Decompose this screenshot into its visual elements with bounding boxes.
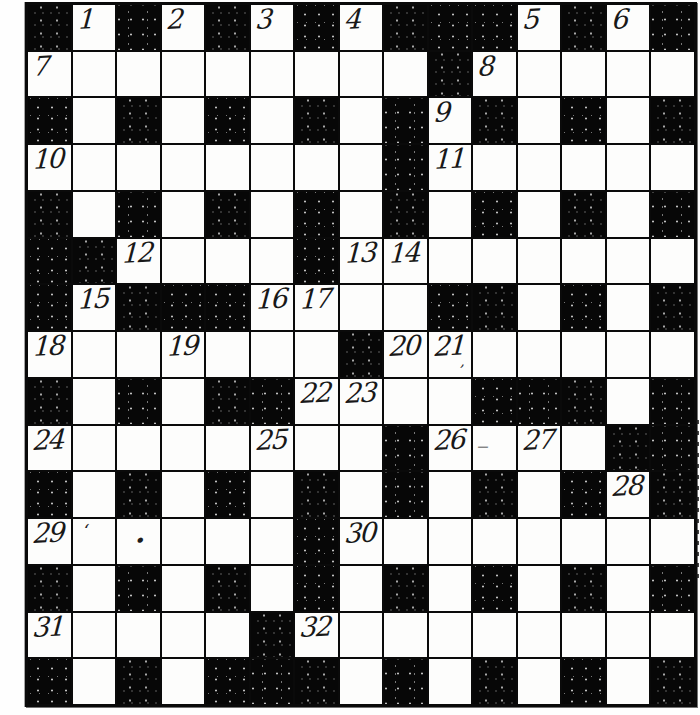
- cell-r13c12[interactable]: [518, 566, 561, 611]
- cell-r7c11-block: [473, 285, 516, 330]
- cell-r13c10[interactable]: [429, 566, 472, 611]
- cell-r9c10[interactable]: [429, 379, 472, 424]
- clue-number-17: 17: [299, 285, 330, 314]
- cell-r15c5-block: [206, 659, 249, 704]
- cell-r2c13[interactable]: [562, 52, 605, 97]
- cell-r14c8[interactable]: [340, 613, 383, 658]
- cell-r14c2[interactable]: [73, 613, 116, 658]
- cell-r12c6[interactable]: [251, 519, 294, 564]
- clue-number-14: 14: [388, 239, 419, 268]
- cell-r5c9-block: [384, 192, 427, 237]
- cell-r10c6[interactable]: 25: [251, 426, 294, 471]
- cell-r7c1-block: [28, 285, 71, 330]
- cell-r9c8[interactable]: 23: [340, 379, 383, 424]
- cell-r11c5-block: [206, 472, 249, 517]
- cell-r1c13-block: [562, 5, 605, 50]
- cell-r11c6[interactable]: [251, 472, 294, 517]
- cell-r10c8[interactable]: [340, 426, 383, 471]
- cell-r4c8[interactable]: [340, 145, 383, 190]
- cell-r9c6-block: [251, 379, 294, 424]
- cell-r15c8[interactable]: [340, 659, 383, 704]
- cell-r1c2[interactable]: 1: [73, 5, 116, 50]
- cell-r11c1-block: [28, 472, 71, 517]
- cell-r5c13-block: [562, 192, 605, 237]
- cell-r14c7[interactable]: 32: [295, 613, 338, 658]
- cell-r13c11-block: [473, 566, 516, 611]
- cell-r14c9[interactable]: [384, 613, 427, 658]
- cell-r8c10[interactable]: 21,: [429, 332, 472, 377]
- cell-r2c3[interactable]: [117, 52, 160, 97]
- cell-r14c12[interactable]: [518, 613, 561, 658]
- clue-number-22: 22: [299, 379, 330, 408]
- cell-r15c10[interactable]: [429, 659, 472, 704]
- cell-r9c3-block: [117, 379, 160, 424]
- cell-r10c1[interactable]: 24: [28, 426, 71, 471]
- cell-r12c1[interactable]: 29: [28, 519, 71, 564]
- cell-r10c15-block: [651, 426, 694, 471]
- cell-r3c12[interactable]: [518, 98, 561, 143]
- scan-edge-smudge: [696, 420, 699, 580]
- cell-r8c2[interactable]: [73, 332, 116, 377]
- cell-r12c11[interactable]: [473, 519, 516, 564]
- cell-r4c4[interactable]: [162, 145, 205, 190]
- cell-r15c4[interactable]: [162, 659, 205, 704]
- cell-r1c14[interactable]: 6: [607, 5, 650, 50]
- cell-r7c6[interactable]: 16: [251, 285, 294, 330]
- clue-number-7: 7: [32, 52, 48, 81]
- cell-r13c13-block: [562, 566, 605, 611]
- cell-r1c4[interactable]: 2: [162, 5, 205, 50]
- cell-r12c7-block: [295, 519, 338, 564]
- cell-r6c15[interactable]: [651, 239, 694, 284]
- crossword-grid: 123456789101112131415161718192021,222324…: [25, 2, 697, 707]
- cell-r7c10-block: [429, 285, 472, 330]
- cell-r3c6[interactable]: [251, 98, 294, 143]
- clue-number-4: 4: [343, 5, 359, 34]
- cell-r11c11-block: [473, 472, 516, 517]
- cell-r9c15-block: [651, 379, 694, 424]
- clue-number-26: 26: [432, 426, 463, 455]
- cell-r10c2[interactable]: [73, 426, 116, 471]
- cell-r8c12[interactable]: [518, 332, 561, 377]
- cell-r5c4[interactable]: [162, 192, 205, 237]
- cell-r8c7[interactable]: [295, 332, 338, 377]
- clue-number-28: 28: [610, 472, 641, 501]
- cell-r5c11-block: [473, 192, 516, 237]
- cell-r12c12[interactable]: [518, 519, 561, 564]
- cell-r6c4[interactable]: [162, 239, 205, 284]
- cell-r10c12[interactable]: 27: [518, 426, 561, 471]
- cell-r3c11-block: [473, 98, 516, 143]
- clue-number-19: 19: [165, 332, 196, 361]
- cell-r12c13[interactable]: [562, 519, 605, 564]
- cell-r6c8[interactable]: 13: [340, 239, 383, 284]
- cell-r14c13[interactable]: [562, 613, 605, 658]
- cell-r1c5-block: [206, 5, 249, 50]
- clue-number-15: 15: [76, 285, 107, 314]
- cell-r9c9[interactable]: [384, 379, 427, 424]
- cell-r15c3-block: [117, 659, 160, 704]
- cell-r10c3[interactable]: [117, 426, 160, 471]
- cell-r7c15-block: [651, 285, 694, 330]
- clue-number-29: 29: [32, 519, 63, 548]
- clue-number-13: 13: [343, 239, 374, 268]
- cell-r11c9-block: [384, 472, 427, 517]
- cell-r6c1-block: [28, 239, 71, 284]
- cell-r9c12-block: [518, 379, 561, 424]
- clue-number-12: 12: [121, 239, 152, 268]
- cell-r13c1-block: [28, 566, 71, 611]
- cell-r6c12[interactable]: [518, 239, 561, 284]
- cell-r3c15-block: [651, 98, 694, 143]
- cell-r11c14[interactable]: 28: [607, 472, 650, 517]
- clue-number-5: 5: [521, 5, 537, 34]
- clue-number-27: 27: [521, 426, 552, 455]
- cell-r9c7[interactable]: 22: [295, 379, 338, 424]
- clue-number-18: 18: [32, 332, 63, 361]
- cell-r1c7-block: [295, 5, 338, 50]
- cell-r5c5-block: [206, 192, 249, 237]
- cell-r1c9-block: [384, 5, 427, 50]
- cell-r12c8[interactable]: 30: [340, 519, 383, 564]
- cell-r9c13-block: [562, 379, 605, 424]
- cell-r13c15-block: [651, 566, 694, 611]
- clue-number-3: 3: [254, 5, 270, 34]
- cell-r15c1-block: [28, 659, 71, 704]
- cell-r12c4[interactable]: [162, 519, 205, 564]
- cell-r14c5[interactable]: [206, 613, 249, 658]
- cell-r5c8[interactable]: [340, 192, 383, 237]
- cell-r8c9[interactable]: 20: [384, 332, 427, 377]
- cell-r2c11[interactable]: 8: [473, 52, 516, 97]
- cell-r15c11-block: [473, 659, 516, 704]
- cell-r7c3-block: [117, 285, 160, 330]
- cell-r1c8[interactable]: 4: [340, 5, 383, 50]
- cell-r7c2[interactable]: 15: [73, 285, 116, 330]
- clue-number-2: 2: [165, 5, 181, 34]
- cell-r5c15-block: [651, 192, 694, 237]
- cell-r7c14[interactable]: [607, 285, 650, 330]
- cell-r9c5-block: [206, 379, 249, 424]
- cell-r3c8[interactable]: [340, 98, 383, 143]
- cell-r4c11[interactable]: [473, 145, 516, 190]
- cell-r5c1-block: [28, 192, 71, 237]
- cell-r10c14-block: [607, 426, 650, 471]
- cell-r15c6-block: [251, 659, 294, 704]
- cell-r14c6-block: [251, 613, 294, 658]
- cell-r8c15[interactable]: [651, 332, 694, 377]
- cell-r12c3[interactable]: ●: [117, 519, 160, 564]
- cell-r2c15[interactable]: [651, 52, 694, 97]
- cell-r6c6[interactable]: [251, 239, 294, 284]
- cell-r2c2[interactable]: [73, 52, 116, 97]
- cell-r4c9-block: [384, 145, 427, 190]
- cell-r14c11[interactable]: [473, 613, 516, 658]
- cell-r5c10[interactable]: [429, 192, 472, 237]
- cell-r2c5[interactable]: [206, 52, 249, 97]
- cell-r8c13[interactable]: [562, 332, 605, 377]
- cell-r6c14[interactable]: [607, 239, 650, 284]
- cell-r2c1[interactable]: 7: [28, 52, 71, 97]
- cell-r1c12[interactable]: 5: [518, 5, 561, 50]
- cell-r3c9-block: [384, 98, 427, 143]
- cell-r9c2[interactable]: [73, 379, 116, 424]
- cell-r1c6[interactable]: 3: [251, 5, 294, 50]
- cell-r3c10[interactable]: 9: [429, 98, 472, 143]
- cell-r9c11-block: [473, 379, 516, 424]
- clue-number-10: 10: [32, 145, 63, 174]
- cell-r14c4[interactable]: [162, 613, 205, 658]
- cell-r7c12[interactable]: [518, 285, 561, 330]
- clue-number-16: 16: [254, 285, 285, 314]
- cell-r13c7-block: [295, 566, 338, 611]
- clue-number-25: 25: [254, 426, 285, 455]
- cell-r3c5-block: [206, 98, 249, 143]
- cell-r14c3[interactable]: [117, 613, 160, 658]
- cell-r13c9-block: [384, 566, 427, 611]
- cell-r1c3-block: [117, 5, 160, 50]
- cell-r4c12[interactable]: [518, 145, 561, 190]
- cell-r13c14[interactable]: [607, 566, 650, 611]
- cell-r12c2[interactable]: ‘: [73, 519, 116, 564]
- cell-r8c1[interactable]: 18: [28, 332, 71, 377]
- cell-r9c1-block: [28, 379, 71, 424]
- cell-r2c14[interactable]: [607, 52, 650, 97]
- cell-r3c4[interactable]: [162, 98, 205, 143]
- cell-r5c14[interactable]: [607, 192, 650, 237]
- cell-r4c14[interactable]: [607, 145, 650, 190]
- cell-r1c1-block: [28, 5, 71, 50]
- cell-r6c11[interactable]: [473, 239, 516, 284]
- cell-r8c3[interactable]: [117, 332, 160, 377]
- cell-r9c14[interactable]: [607, 379, 650, 424]
- cell-r15c15-block: [651, 659, 694, 704]
- cell-r5c12[interactable]: [518, 192, 561, 237]
- clue-number-23: 23: [343, 379, 374, 408]
- cell-r4c3[interactable]: [117, 145, 160, 190]
- cell-r7c7[interactable]: 17: [295, 285, 338, 330]
- cell-r11c13-block: [562, 472, 605, 517]
- cell-r14c15[interactable]: [651, 613, 694, 658]
- cell-r11c10[interactable]: [429, 472, 472, 517]
- cell-r10c7[interactable]: [295, 426, 338, 471]
- cell-r5c2[interactable]: [73, 192, 116, 237]
- cell-r2c12[interactable]: [518, 52, 561, 97]
- cell-r4c6[interactable]: [251, 145, 294, 190]
- cell-r10c13[interactable]: [562, 426, 605, 471]
- cell-r4c1[interactable]: 10: [28, 145, 71, 190]
- cell-r1c15-block: [651, 5, 694, 50]
- cell-r11c8[interactable]: [340, 472, 383, 517]
- clue-number-20: 20: [388, 332, 419, 361]
- cell-r2c7[interactable]: [295, 52, 338, 97]
- cell-r2c10-block: [429, 52, 472, 97]
- clue-number-30: 30: [343, 519, 374, 548]
- cell-r5c3-block: [117, 192, 160, 237]
- cell-r4c10[interactable]: 11: [429, 145, 472, 190]
- cell-r8c6[interactable]: [251, 332, 294, 377]
- cell-r13c8[interactable]: [340, 566, 383, 611]
- cell-r2c8[interactable]: [340, 52, 383, 97]
- cell-r12c14[interactable]: [607, 519, 650, 564]
- cell-r2c9[interactable]: [384, 52, 427, 97]
- cell-r11c12[interactable]: [518, 472, 561, 517]
- cell-r15c7-block: [295, 659, 338, 704]
- cell-r7c4-block: [162, 285, 205, 330]
- cell-r13c4[interactable]: [162, 566, 205, 611]
- cell-r13c2[interactable]: [73, 566, 116, 611]
- clue-number-1: 1: [76, 5, 92, 34]
- cell-r7c5-block: [206, 285, 249, 330]
- cell-r1c11-block: [473, 5, 516, 50]
- clue-number-21: 21: [432, 332, 463, 361]
- cell-r4c5[interactable]: [206, 145, 249, 190]
- clue-number-11: 11: [432, 145, 463, 174]
- cell-r3c2[interactable]: [73, 98, 116, 143]
- cell-r6c3[interactable]: 12: [117, 239, 160, 284]
- cell-r10c5[interactable]: [206, 426, 249, 471]
- cell-r9c4[interactable]: [162, 379, 205, 424]
- clue-number-9: 9: [432, 99, 448, 128]
- cell-r15c13-block: [562, 659, 605, 704]
- cell-r13c5-block: [206, 566, 249, 611]
- cell-r12c15[interactable]: [651, 519, 694, 564]
- cell-r11c7-block: [295, 472, 338, 517]
- clue-number-32: 32: [299, 613, 330, 642]
- cell-r14c14[interactable]: [607, 613, 650, 658]
- cell-r15c14[interactable]: [607, 659, 650, 704]
- cell-r12c5[interactable]: [206, 519, 249, 564]
- cell-r6c13[interactable]: [562, 239, 605, 284]
- cell-r8c11[interactable]: [473, 332, 516, 377]
- cell-r7c9[interactable]: [384, 285, 427, 330]
- cell-r3c1-block: [28, 98, 71, 143]
- cell-r11c15-block: [651, 472, 694, 517]
- cell-r6c2-block: [73, 239, 116, 284]
- clue-number-8: 8: [477, 52, 493, 81]
- cell-r11c3-block: [117, 472, 160, 517]
- scan-artifact-mark: —: [477, 441, 488, 452]
- cell-r3c13-block: [562, 98, 605, 143]
- cell-r4c15[interactable]: [651, 145, 694, 190]
- cell-r12c10[interactable]: [429, 519, 472, 564]
- cell-r13c6[interactable]: [251, 566, 294, 611]
- cell-r2c6[interactable]: [251, 52, 294, 97]
- cell-r6c5[interactable]: [206, 239, 249, 284]
- cell-r5c6[interactable]: [251, 192, 294, 237]
- cell-r1c10-block: [429, 5, 472, 50]
- cell-r4c7[interactable]: [295, 145, 338, 190]
- cell-r3c7-block: [295, 98, 338, 143]
- cell-r6c7-block: [295, 239, 338, 284]
- cell-r11c2[interactable]: [73, 472, 116, 517]
- cell-r10c10[interactable]: 26: [429, 426, 472, 471]
- cell-r10c11[interactable]: —: [473, 426, 516, 471]
- cell-r8c4[interactable]: 19: [162, 332, 205, 377]
- cell-r11c4[interactable]: [162, 472, 205, 517]
- cell-r15c12[interactable]: [518, 659, 561, 704]
- cell-r6c9[interactable]: 14: [384, 239, 427, 284]
- cell-r5c7-block: [295, 192, 338, 237]
- cell-r8c14[interactable]: [607, 332, 650, 377]
- cell-r8c8-block: [340, 332, 383, 377]
- cell-r7c13-block: [562, 285, 605, 330]
- cell-r10c4[interactable]: [162, 426, 205, 471]
- cell-r12c9[interactable]: [384, 519, 427, 564]
- scan-artifact-mark: ‘: [81, 522, 87, 540]
- cell-r2c4[interactable]: [162, 52, 205, 97]
- cell-r10c9-block: [384, 426, 427, 471]
- cell-r8c5[interactable]: [206, 332, 249, 377]
- cell-r7c8[interactable]: [340, 285, 383, 330]
- cell-r3c3-block: [117, 98, 160, 143]
- clue-number-6: 6: [610, 5, 626, 34]
- cell-r14c10[interactable]: [429, 613, 472, 658]
- cell-r13c3-block: [117, 566, 160, 611]
- cell-r4c13[interactable]: [562, 145, 605, 190]
- clue-number-31: 31: [32, 613, 63, 642]
- cell-r3c14[interactable]: [607, 98, 650, 143]
- cell-r15c9-block: [384, 659, 427, 704]
- scanned-crossword-page: 123456789101112131415161718192021,222324…: [0, 0, 700, 715]
- cell-r15c2[interactable]: [73, 659, 116, 704]
- cell-r6c10[interactable]: [429, 239, 472, 284]
- clue-number-24: 24: [32, 426, 63, 455]
- cell-r4c2[interactable]: [73, 145, 116, 190]
- scan-artifact-mark: ●: [137, 537, 143, 544]
- cell-r14c1[interactable]: 31: [28, 613, 71, 658]
